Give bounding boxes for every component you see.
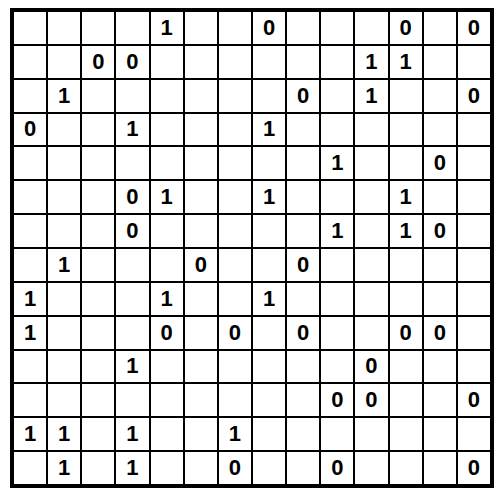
cell-r6c7[interactable] [219, 181, 251, 213]
cell-r1c3[interactable] [82, 12, 114, 44]
cell-r8c4[interactable] [116, 249, 148, 281]
cell-r13c7: 1 [219, 418, 251, 450]
cell-r5c7[interactable] [219, 147, 251, 179]
cell-r10c3[interactable] [82, 317, 114, 349]
cell-r13c2: 1 [48, 418, 80, 450]
cell-r8c2: 1 [48, 249, 80, 281]
cell-r12c10: 0 [321, 384, 353, 416]
cell-r12c5[interactable] [151, 384, 183, 416]
cell-r10c11[interactable] [355, 317, 387, 349]
cell-r6c3[interactable] [82, 181, 114, 213]
cell-r13c13[interactable] [424, 418, 456, 450]
cell-r13c8[interactable] [253, 418, 285, 450]
cell-r5c2[interactable] [48, 147, 80, 179]
cell-r3c3[interactable] [82, 80, 114, 112]
cell-r10c6[interactable] [185, 317, 217, 349]
cell-r5c4[interactable] [116, 147, 148, 179]
cell-r6c11[interactable] [355, 181, 387, 213]
cell-r1c10[interactable] [321, 12, 353, 44]
cell-r4c9[interactable] [287, 114, 319, 146]
cell-r3c5[interactable] [151, 80, 183, 112]
cell-r12c13[interactable] [424, 384, 456, 416]
cell-r8c3[interactable] [82, 249, 114, 281]
cell-r3c1[interactable] [14, 80, 46, 112]
cell-r13c12[interactable] [390, 418, 422, 450]
cell-r7c14[interactable] [458, 215, 490, 247]
cell-r3c11: 1 [355, 80, 387, 112]
cell-r8c6: 0 [185, 249, 217, 281]
board-grid: 1000001110100111001110110100111100000100… [10, 8, 494, 488]
cell-r11c1[interactable] [14, 351, 46, 383]
cell-r6c8: 1 [253, 181, 285, 213]
cell-r6c5: 1 [151, 181, 183, 213]
cell-r10c9: 0 [287, 317, 319, 349]
cell-r3c2: 1 [48, 80, 80, 112]
cell-r13c5[interactable] [151, 418, 183, 450]
cell-r3c6[interactable] [185, 80, 217, 112]
cell-r12c4[interactable] [116, 384, 148, 416]
cell-r11c8[interactable] [253, 351, 285, 383]
cell-r5c5[interactable] [151, 147, 183, 179]
cell-r2c5[interactable] [151, 46, 183, 78]
cell-r9c8: 1 [253, 283, 285, 315]
binairo-page: 1000001110100111001110110100111100000100… [0, 0, 502, 490]
cell-r7c3[interactable] [82, 215, 114, 247]
cell-r14c14: 0 [458, 452, 490, 484]
cell-r13c10[interactable] [321, 418, 353, 450]
cell-r7c6[interactable] [185, 215, 217, 247]
cell-r11c11: 0 [355, 351, 387, 383]
cell-r4c3[interactable] [82, 114, 114, 146]
cell-r2c2[interactable] [48, 46, 80, 78]
cell-r4c4: 1 [116, 114, 148, 146]
cell-r2c13[interactable] [424, 46, 456, 78]
cell-r14c2: 1 [48, 452, 80, 484]
cell-r11c14[interactable] [458, 351, 490, 383]
cell-r11c9[interactable] [287, 351, 319, 383]
cell-r4c13[interactable] [424, 114, 456, 146]
cell-r2c4: 0 [116, 46, 148, 78]
cell-r11c4: 1 [116, 351, 148, 383]
cell-r14c9[interactable] [287, 452, 319, 484]
cell-r8c8[interactable] [253, 249, 285, 281]
cell-r5c8[interactable] [253, 147, 285, 179]
cell-r9c12[interactable] [390, 283, 422, 315]
cell-r2c8[interactable] [253, 46, 285, 78]
cell-r7c1[interactable] [14, 215, 46, 247]
cell-r12c12[interactable] [390, 384, 422, 416]
cell-r6c12: 1 [390, 181, 422, 213]
cell-r3c9: 0 [287, 80, 319, 112]
cell-r4c5[interactable] [151, 114, 183, 146]
cell-r14c8[interactable] [253, 452, 285, 484]
cell-r5c3[interactable] [82, 147, 114, 179]
cell-r10c14[interactable] [458, 317, 490, 349]
cell-r7c13: 0 [424, 215, 456, 247]
cell-r4c1: 0 [14, 114, 46, 146]
cell-r3c4[interactable] [116, 80, 148, 112]
cell-r9c4[interactable] [116, 283, 148, 315]
cell-r11c3[interactable] [82, 351, 114, 383]
cell-r10c10[interactable] [321, 317, 353, 349]
cell-r1c4[interactable] [116, 12, 148, 44]
cell-r7c5[interactable] [151, 215, 183, 247]
cell-r9c7[interactable] [219, 283, 251, 315]
cell-r5c11[interactable] [355, 147, 387, 179]
cell-r9c1: 1 [14, 283, 46, 315]
cell-r12c1[interactable] [14, 384, 46, 416]
cell-r10c4[interactable] [116, 317, 148, 349]
cell-r11c7[interactable] [219, 351, 251, 383]
cell-r14c12[interactable] [390, 452, 422, 484]
cell-r5c13: 0 [424, 147, 456, 179]
cell-r11c12[interactable] [390, 351, 422, 383]
cell-r6c10[interactable] [321, 181, 353, 213]
cell-r5c6[interactable] [185, 147, 217, 179]
cell-r14c3[interactable] [82, 452, 114, 484]
cell-r5c10: 1 [321, 147, 353, 179]
cell-r2c6[interactable] [185, 46, 217, 78]
cell-r8c14[interactable] [458, 249, 490, 281]
cell-r10c13: 0 [424, 317, 456, 349]
cell-r8c12[interactable] [390, 249, 422, 281]
cell-r2c9[interactable] [287, 46, 319, 78]
cell-r8c13[interactable] [424, 249, 456, 281]
cell-r6c4: 0 [116, 181, 148, 213]
cell-r7c9[interactable] [287, 215, 319, 247]
cell-r2c11: 1 [355, 46, 387, 78]
cell-r1c5: 1 [151, 12, 183, 44]
cell-r4c7[interactable] [219, 114, 251, 146]
cell-r4c14[interactable] [458, 114, 490, 146]
cell-r5c9[interactable] [287, 147, 319, 179]
cell-r11c6[interactable] [185, 351, 217, 383]
cell-r12c8[interactable] [253, 384, 285, 416]
cell-r4c11[interactable] [355, 114, 387, 146]
cell-r9c14[interactable] [458, 283, 490, 315]
cell-r14c6[interactable] [185, 452, 217, 484]
cell-r6c1[interactable] [14, 181, 46, 213]
cell-r2c12: 1 [390, 46, 422, 78]
cell-r8c9: 0 [287, 249, 319, 281]
cell-r14c11[interactable] [355, 452, 387, 484]
cell-r1c1[interactable] [14, 12, 46, 44]
cell-r13c1: 1 [14, 418, 46, 450]
cell-r14c1[interactable] [14, 452, 46, 484]
cell-r5c12[interactable] [390, 147, 422, 179]
cell-r8c11[interactable] [355, 249, 387, 281]
cell-r13c9[interactable] [287, 418, 319, 450]
cell-r12c2[interactable] [48, 384, 80, 416]
cell-r7c8[interactable] [253, 215, 285, 247]
cell-r7c4: 0 [116, 215, 148, 247]
cell-r9c6[interactable] [185, 283, 217, 315]
cell-r11c5[interactable] [151, 351, 183, 383]
cell-r3c8[interactable] [253, 80, 285, 112]
cell-r5c14[interactable] [458, 147, 490, 179]
cell-r2c1[interactable] [14, 46, 46, 78]
cell-r12c9[interactable] [287, 384, 319, 416]
cell-r12c3[interactable] [82, 384, 114, 416]
cell-r10c5: 0 [151, 317, 183, 349]
cell-r9c2[interactable] [48, 283, 80, 315]
cell-r11c10[interactable] [321, 351, 353, 383]
cell-r8c7[interactable] [219, 249, 251, 281]
cell-r9c10[interactable] [321, 283, 353, 315]
cell-r3c10[interactable] [321, 80, 353, 112]
cell-r6c14[interactable] [458, 181, 490, 213]
cell-r8c1[interactable] [14, 249, 46, 281]
cell-r6c2[interactable] [48, 181, 80, 213]
cell-r14c10: 0 [321, 452, 353, 484]
cell-r1c14: 0 [458, 12, 490, 44]
cell-r3c7[interactable] [219, 80, 251, 112]
cell-r1c8: 0 [253, 12, 285, 44]
cell-r4c6[interactable] [185, 114, 217, 146]
cell-r2c10[interactable] [321, 46, 353, 78]
cell-r4c10[interactable] [321, 114, 353, 146]
cell-r13c4: 1 [116, 418, 148, 450]
cell-r13c6[interactable] [185, 418, 217, 450]
cell-r14c5[interactable] [151, 452, 183, 484]
cell-r1c13[interactable] [424, 12, 456, 44]
cell-r13c3[interactable] [82, 418, 114, 450]
cell-r11c13[interactable] [424, 351, 456, 383]
cell-r10c7: 0 [219, 317, 251, 349]
cell-r1c11[interactable] [355, 12, 387, 44]
cell-r1c12: 0 [390, 12, 422, 44]
cell-r12c14: 0 [458, 384, 490, 416]
cell-r10c1: 1 [14, 317, 46, 349]
cell-r11c2[interactable] [48, 351, 80, 383]
cell-r6c6[interactable] [185, 181, 217, 213]
cell-r6c13[interactable] [424, 181, 456, 213]
cell-r8c10[interactable] [321, 249, 353, 281]
cell-r9c5: 1 [151, 283, 183, 315]
cell-r3c13[interactable] [424, 80, 456, 112]
cell-r12c7[interactable] [219, 384, 251, 416]
cell-r10c12: 0 [390, 317, 422, 349]
cell-r3c14: 0 [458, 80, 490, 112]
cell-r14c7: 0 [219, 452, 251, 484]
cell-r10c2[interactable] [48, 317, 80, 349]
cell-r7c7[interactable] [219, 215, 251, 247]
cell-r14c4: 1 [116, 452, 148, 484]
cell-r5c1[interactable] [14, 147, 46, 179]
cell-r12c11: 0 [355, 384, 387, 416]
cell-r7c2[interactable] [48, 215, 80, 247]
cell-r12c6[interactable] [185, 384, 217, 416]
cell-r9c11[interactable] [355, 283, 387, 315]
cell-r1c7[interactable] [219, 12, 251, 44]
cell-r3c12[interactable] [390, 80, 422, 112]
cell-r6c9[interactable] [287, 181, 319, 213]
cell-r4c2[interactable] [48, 114, 80, 146]
cell-r7c10: 1 [321, 215, 353, 247]
cell-r10c8[interactable] [253, 317, 285, 349]
cell-r8c5[interactable] [151, 249, 183, 281]
cell-r1c9[interactable] [287, 12, 319, 44]
cell-r9c13[interactable] [424, 283, 456, 315]
cell-r1c2[interactable] [48, 12, 80, 44]
cell-r2c3: 0 [82, 46, 114, 78]
cell-r9c9[interactable] [287, 283, 319, 315]
cell-r13c11[interactable] [355, 418, 387, 450]
cell-r7c12: 1 [390, 215, 422, 247]
cell-r1c6[interactable] [185, 12, 217, 44]
cell-r2c14[interactable] [458, 46, 490, 78]
cell-r14c13[interactable] [424, 452, 456, 484]
cell-r9c3[interactable] [82, 283, 114, 315]
cell-r4c12[interactable] [390, 114, 422, 146]
cell-r7c11[interactable] [355, 215, 387, 247]
cell-r13c14[interactable] [458, 418, 490, 450]
cell-r4c8: 1 [253, 114, 285, 146]
cell-r2c7[interactable] [219, 46, 251, 78]
